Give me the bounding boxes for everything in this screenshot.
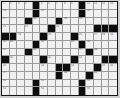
cell-r9-c15[interactable]: 46 bbox=[109, 64, 117, 72]
clue-number: 49 bbox=[94, 71, 97, 74]
clue-number: 38 bbox=[94, 48, 97, 51]
cell-r11-c9[interactable] bbox=[63, 80, 71, 88]
cell-r1-c15[interactable]: 13 bbox=[109, 2, 117, 10]
black-cell-r10-c8 bbox=[56, 72, 64, 80]
cell-r9-c12[interactable] bbox=[86, 64, 94, 72]
clue-number: 6 bbox=[48, 2, 50, 5]
cell-r10-c13[interactable]: 49 bbox=[94, 72, 102, 80]
clue-number: 4 bbox=[25, 2, 27, 5]
cell-r12-c12[interactable]: 55 bbox=[86, 87, 94, 95]
cell-r3-c2[interactable] bbox=[10, 18, 18, 26]
clue-number: 46 bbox=[110, 64, 113, 67]
cell-r8-c13[interactable] bbox=[94, 56, 102, 64]
cell-r10-c3[interactable] bbox=[17, 72, 25, 80]
cell-r5-c8[interactable] bbox=[56, 33, 64, 41]
cell-r5-c15[interactable]: 29 bbox=[109, 33, 117, 41]
black-cell-r8-c15 bbox=[109, 56, 117, 64]
cell-r9-c14[interactable]: 45 bbox=[102, 64, 110, 72]
clue-number: 24 bbox=[18, 33, 21, 36]
cell-r4-c3[interactable] bbox=[17, 25, 25, 33]
cell-r6-c1[interactable]: 30 bbox=[2, 41, 10, 49]
cell-r4-c8[interactable]: 23 bbox=[56, 25, 64, 33]
cell-r9-c5[interactable] bbox=[33, 64, 41, 72]
cell-r11-c14[interactable] bbox=[102, 80, 110, 88]
black-cell-r8-c14 bbox=[102, 56, 110, 64]
cell-r12-c2[interactable] bbox=[10, 87, 18, 95]
cell-r9-c3[interactable] bbox=[17, 64, 25, 72]
black-cell-r5-c1 bbox=[2, 33, 10, 41]
clue-number: 37 bbox=[79, 48, 82, 51]
black-cell-r1-c11 bbox=[79, 2, 87, 10]
cell-r11-c12[interactable]: 52 bbox=[86, 80, 94, 88]
clue-number: 1 bbox=[3, 2, 5, 5]
cell-r4-c9[interactable] bbox=[63, 25, 71, 33]
cell-r6-c3[interactable] bbox=[17, 41, 25, 49]
cell-r6-c8[interactable] bbox=[56, 41, 64, 49]
clue-number: 14 bbox=[3, 9, 6, 12]
clue-number: 43 bbox=[41, 64, 44, 67]
black-cell-r9-c9 bbox=[63, 64, 71, 72]
cell-r4-c12[interactable] bbox=[86, 25, 94, 33]
black-cell-r10-c12 bbox=[86, 72, 94, 80]
cell-r1-c2[interactable]: 2 bbox=[10, 2, 18, 10]
cell-r2-c7[interactable] bbox=[48, 10, 56, 18]
cell-r10-c14[interactable] bbox=[102, 72, 110, 80]
cell-r10-c4[interactable] bbox=[25, 72, 33, 80]
clue-number: 50 bbox=[3, 79, 6, 82]
clue-number: 21 bbox=[3, 25, 6, 28]
cell-r9-c10[interactable]: 44 bbox=[71, 64, 79, 72]
cell-r12-c10[interactable] bbox=[71, 87, 79, 95]
cell-r12-c14[interactable] bbox=[102, 87, 110, 95]
cell-r1-c6[interactable]: 5 bbox=[40, 2, 48, 10]
cell-r2-c13[interactable] bbox=[94, 10, 102, 18]
black-cell-r4-c13 bbox=[94, 25, 102, 33]
clue-number: 7 bbox=[56, 2, 58, 5]
cell-r12-c15[interactable] bbox=[109, 87, 117, 95]
black-cell-r8-c1 bbox=[2, 56, 10, 64]
clue-number: 41 bbox=[79, 56, 82, 59]
cell-r1-c9[interactable]: 8 bbox=[63, 2, 71, 10]
cell-r3-c5[interactable]: 18 bbox=[33, 18, 41, 26]
cell-r12-c7[interactable] bbox=[48, 87, 56, 95]
crossword-grid: 1234567891011121314151617181920212223242… bbox=[1, 1, 118, 96]
clue-number: 8 bbox=[64, 2, 66, 5]
clue-number: 47 bbox=[3, 71, 6, 74]
cell-r10-c5[interactable] bbox=[33, 72, 41, 80]
black-cell-r8-c10 bbox=[71, 56, 79, 64]
clue-number: 55 bbox=[87, 87, 90, 90]
clue-number: 22 bbox=[25, 25, 28, 28]
clue-number: 35 bbox=[3, 48, 6, 51]
black-cell-r4-c15 bbox=[109, 25, 117, 33]
cell-r1-c7[interactable]: 6 bbox=[48, 2, 56, 10]
cell-r11-c3[interactable] bbox=[17, 80, 25, 88]
black-cell-r5-c2 bbox=[10, 33, 18, 41]
cell-r9-c6[interactable]: 43 bbox=[40, 64, 48, 72]
cell-r8-c5[interactable] bbox=[33, 56, 41, 64]
cell-r3-c10[interactable] bbox=[71, 18, 79, 26]
cell-r5-c7[interactable]: 25 bbox=[48, 33, 56, 41]
cell-r7-c14[interactable] bbox=[102, 49, 110, 57]
clue-number: 51 bbox=[41, 79, 44, 82]
clue-number: 25 bbox=[48, 33, 51, 36]
cell-r3-c14[interactable] bbox=[102, 18, 110, 26]
cell-r12-c13[interactable] bbox=[94, 87, 102, 95]
cell-r10-c6[interactable] bbox=[40, 72, 48, 80]
cell-r4-c1[interactable]: 21 bbox=[2, 25, 10, 33]
black-cell-r4-c7 bbox=[48, 25, 56, 33]
cell-r2-c8[interactable] bbox=[56, 10, 64, 18]
cell-r8-c7[interactable]: 40 bbox=[48, 56, 56, 64]
cell-r9-c7[interactable] bbox=[48, 64, 56, 72]
clue-number: 40 bbox=[48, 56, 51, 59]
cell-r6-c10[interactable]: 33 bbox=[71, 41, 79, 49]
cell-r5-c5[interactable] bbox=[33, 33, 41, 41]
cell-r8-c9[interactable] bbox=[63, 56, 71, 64]
black-cell-r12-c5 bbox=[33, 87, 41, 95]
cell-r7-c11[interactable]: 37 bbox=[79, 49, 87, 57]
clue-number: 39 bbox=[10, 56, 13, 59]
clue-number: 54 bbox=[41, 87, 44, 90]
cell-r6-c6[interactable]: 32 bbox=[40, 41, 48, 49]
crossword-puzzle: 1234567891011121314151617181920212223242… bbox=[0, 0, 120, 98]
cell-r2-c6[interactable]: 15 bbox=[40, 10, 48, 18]
cell-r8-c11[interactable]: 41 bbox=[79, 56, 87, 64]
clue-number: 44 bbox=[71, 64, 74, 67]
clue-number: 11 bbox=[94, 2, 97, 5]
cell-r12-c8[interactable] bbox=[56, 87, 64, 95]
cell-r3-c6[interactable] bbox=[40, 18, 48, 26]
cell-r12-c6[interactable]: 54 bbox=[40, 87, 48, 95]
cell-r4-c2[interactable] bbox=[10, 25, 18, 33]
cell-r1-c4[interactable]: 4 bbox=[25, 2, 33, 10]
cell-r2-c15[interactable] bbox=[109, 10, 117, 18]
cell-r6-c15[interactable] bbox=[109, 41, 117, 49]
cell-r4-c6[interactable] bbox=[40, 25, 48, 33]
cell-r12-c4[interactable] bbox=[25, 87, 33, 95]
black-cell-r12-c11 bbox=[79, 87, 87, 95]
cell-r3-c7[interactable] bbox=[48, 18, 56, 26]
cell-r11-c1[interactable]: 50 bbox=[2, 80, 10, 88]
clue-number: 23 bbox=[56, 25, 59, 28]
cell-r10-c7[interactable] bbox=[48, 72, 56, 80]
clue-number: 16 bbox=[87, 9, 90, 12]
black-cell-r1-c5 bbox=[33, 2, 41, 10]
cell-r5-c13[interactable]: 27 bbox=[94, 33, 102, 41]
cell-r10-c11[interactable] bbox=[79, 72, 87, 80]
cell-r6-c13[interactable] bbox=[94, 41, 102, 49]
cell-r7-c7[interactable] bbox=[48, 49, 56, 57]
cell-r2-c14[interactable] bbox=[102, 10, 110, 18]
cell-r11-c13[interactable] bbox=[94, 80, 102, 88]
cell-r5-c12[interactable] bbox=[86, 33, 94, 41]
cell-r11-c7[interactable] bbox=[48, 80, 56, 88]
clue-number: 31 bbox=[10, 40, 13, 43]
cell-r11-c10[interactable] bbox=[71, 80, 79, 88]
black-cell-r5-c10 bbox=[71, 33, 79, 41]
clue-number: 12 bbox=[102, 2, 105, 5]
clue-number: 13 bbox=[110, 2, 113, 5]
black-cell-r9-c8 bbox=[56, 64, 64, 72]
cell-r10-c9[interactable]: 48 bbox=[63, 72, 71, 80]
black-cell-r6-c5 bbox=[33, 41, 41, 49]
clue-number: 45 bbox=[102, 64, 105, 67]
cell-r9-c2[interactable] bbox=[10, 64, 18, 72]
cell-r10-c15[interactable] bbox=[109, 72, 117, 80]
clue-number: 27 bbox=[94, 33, 97, 36]
cell-r2-c2[interactable] bbox=[10, 10, 18, 18]
cell-r2-c3[interactable] bbox=[17, 10, 25, 18]
cell-r8-c8[interactable] bbox=[56, 56, 64, 64]
cell-r3-c12[interactable] bbox=[86, 18, 94, 26]
cell-r9-c11[interactable] bbox=[79, 64, 87, 72]
clue-number: 36 bbox=[33, 48, 36, 51]
cell-r6-c12[interactable]: 34 bbox=[86, 41, 94, 49]
clue-number: 20 bbox=[79, 17, 82, 20]
cell-r4-c10[interactable] bbox=[71, 25, 79, 33]
black-cell-r9-c13 bbox=[94, 64, 102, 72]
cell-r10-c1[interactable]: 47 bbox=[2, 72, 10, 80]
cell-r7-c3[interactable] bbox=[17, 49, 25, 57]
cell-r7-c10[interactable] bbox=[71, 49, 79, 57]
cell-r1-c8[interactable]: 7 bbox=[56, 2, 64, 10]
black-cell-r11-c11 bbox=[79, 80, 87, 88]
cell-r5-c4[interactable] bbox=[25, 33, 33, 41]
cell-r8-c3[interactable] bbox=[17, 56, 25, 64]
clue-number: 3 bbox=[18, 2, 20, 5]
clue-number: 26 bbox=[79, 33, 82, 36]
cell-r10-c10[interactable] bbox=[71, 72, 79, 80]
cell-r2-c4[interactable] bbox=[25, 10, 33, 18]
cell-r11-c6[interactable]: 51 bbox=[40, 80, 48, 88]
cell-r2-c12[interactable]: 16 bbox=[86, 10, 94, 18]
cell-r8-c2[interactable]: 39 bbox=[10, 56, 18, 64]
cell-r3-c15[interactable] bbox=[109, 18, 117, 26]
cell-r5-c14[interactable]: 28 bbox=[102, 33, 110, 41]
cell-r4-c4[interactable]: 22 bbox=[25, 25, 33, 33]
clue-number: 15 bbox=[41, 9, 44, 12]
cell-r2-c1[interactable]: 14 bbox=[2, 10, 10, 18]
cell-r6-c2[interactable]: 31 bbox=[10, 41, 18, 49]
cell-r6-c4[interactable] bbox=[25, 41, 33, 49]
clue-number: 48 bbox=[64, 71, 67, 74]
cell-r5-c9[interactable] bbox=[63, 33, 71, 41]
black-cell-r3-c8 bbox=[56, 18, 64, 26]
cell-r11-c4[interactable] bbox=[25, 80, 33, 88]
clue-number: 32 bbox=[41, 40, 44, 43]
black-cell-r7-c12 bbox=[86, 49, 94, 57]
cell-r6-c9[interactable] bbox=[63, 41, 71, 49]
cell-r12-c9[interactable] bbox=[63, 87, 71, 95]
cell-r7-c1[interactable]: 35 bbox=[2, 49, 10, 57]
clue-number: 30 bbox=[3, 40, 6, 43]
cell-r12-c3[interactable] bbox=[17, 87, 25, 95]
cell-r4-c11[interactable] bbox=[79, 25, 87, 33]
cell-r1-c10[interactable]: 9 bbox=[71, 2, 79, 10]
cell-r2-c9[interactable] bbox=[63, 10, 71, 18]
cell-r7-c6[interactable] bbox=[40, 49, 48, 57]
cell-r7-c2[interactable] bbox=[10, 49, 18, 57]
clue-number: 10 bbox=[87, 2, 90, 5]
cell-r3-c1[interactable]: 17 bbox=[2, 18, 10, 26]
clue-number: 28 bbox=[102, 33, 105, 36]
cell-r10-c2[interactable] bbox=[10, 72, 18, 80]
clue-number: 29 bbox=[110, 33, 113, 36]
black-cell-r2-c5 bbox=[33, 10, 41, 18]
cell-r7-c5[interactable]: 36 bbox=[33, 49, 41, 57]
clue-number: 34 bbox=[87, 40, 90, 43]
black-cell-r2-c11 bbox=[79, 10, 87, 18]
cell-r1-c13[interactable]: 11 bbox=[94, 2, 102, 10]
cell-r1-c1[interactable]: 1 bbox=[2, 2, 10, 10]
cell-r5-c3[interactable]: 24 bbox=[17, 33, 25, 41]
clue-number: 52 bbox=[87, 79, 90, 82]
cell-r12-c1[interactable]: 53 bbox=[2, 87, 10, 95]
cell-r7-c13[interactable]: 38 bbox=[94, 49, 102, 57]
black-cell-r3-c4 bbox=[25, 18, 33, 26]
cell-r3-c11[interactable]: 20 bbox=[79, 18, 87, 26]
clue-number: 53 bbox=[3, 87, 6, 90]
cell-r7-c9[interactable] bbox=[63, 49, 71, 57]
cell-r8-c4[interactable] bbox=[25, 56, 33, 64]
cell-r7-c8[interactable] bbox=[56, 49, 64, 57]
cell-r1-c12[interactable]: 10 bbox=[86, 2, 94, 10]
cell-r8-c12[interactable] bbox=[86, 56, 94, 64]
clue-number: 9 bbox=[71, 2, 73, 5]
clue-number: 19 bbox=[64, 17, 67, 20]
clue-number: 33 bbox=[71, 40, 74, 43]
clue-number: 5 bbox=[41, 2, 43, 5]
black-cell-r8-c6 bbox=[40, 56, 48, 64]
cell-r7-c15[interactable] bbox=[109, 49, 117, 57]
cell-r11-c15[interactable] bbox=[109, 80, 117, 88]
cell-r3-c9[interactable]: 19 bbox=[63, 18, 71, 26]
black-cell-r11-c5 bbox=[33, 80, 41, 88]
clue-number: 17 bbox=[3, 17, 6, 20]
black-cell-r4-c14 bbox=[102, 25, 110, 33]
clue-number: 2 bbox=[10, 2, 12, 5]
cell-r9-c4[interactable] bbox=[25, 64, 33, 72]
black-cell-r6-c11 bbox=[79, 41, 87, 49]
cell-r1-c14[interactable]: 12 bbox=[102, 2, 110, 10]
cell-r6-c14[interactable] bbox=[102, 41, 110, 49]
black-cell-r5-c6 bbox=[40, 33, 48, 41]
cell-r1-c3[interactable]: 3 bbox=[17, 2, 25, 10]
cell-r4-c5[interactable] bbox=[33, 25, 41, 33]
cell-r3-c3[interactable] bbox=[17, 18, 25, 26]
black-cell-r7-c4 bbox=[25, 49, 33, 57]
cell-r3-c13[interactable] bbox=[94, 18, 102, 26]
cell-r6-c7[interactable] bbox=[48, 41, 56, 49]
cell-r11-c8[interactable] bbox=[56, 80, 64, 88]
cell-r2-c10[interactable] bbox=[71, 10, 79, 18]
clue-number: 42 bbox=[3, 64, 6, 67]
cell-r11-c2[interactable] bbox=[10, 80, 18, 88]
cell-r5-c11[interactable]: 26 bbox=[79, 33, 87, 41]
cell-r9-c1[interactable]: 42 bbox=[2, 64, 10, 72]
clue-number: 18 bbox=[33, 17, 36, 20]
